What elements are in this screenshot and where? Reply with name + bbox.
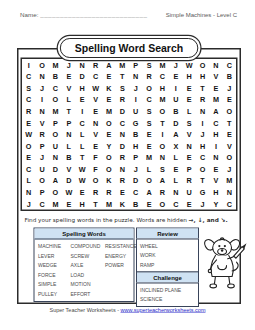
- grid-cell-r3c2[interactable]: J: [35, 82, 48, 94]
- grid-cell-r6c16[interactable]: T: [223, 117, 236, 129]
- grid-cell-r2c2[interactable]: N: [35, 71, 48, 83]
- grid-cell-r1c9[interactable]: P: [129, 59, 142, 71]
- worksheet-level-label: Simple Machines - Level C: [166, 11, 237, 18]
- name-line: Name: ___________________________: [20, 11, 148, 18]
- grid-cell-r3c16[interactable]: J: [223, 82, 236, 94]
- grid-cell-r9c12[interactable]: L: [169, 152, 182, 164]
- grid-cell-r8c10[interactable]: E: [142, 140, 155, 152]
- grid-cell-r8c1[interactable]: O: [22, 140, 35, 152]
- grid-cell-r3c12[interactable]: I: [169, 82, 182, 94]
- grid-cell-r2c6[interactable]: C: [89, 71, 102, 83]
- grid-cell-r6c7[interactable]: O: [102, 117, 115, 129]
- instruction-text: Find your spelling words in the puzzle. …: [25, 216, 240, 223]
- grid-cell-r12c11[interactable]: R: [156, 187, 169, 199]
- grid-cell-r2c9[interactable]: N: [129, 71, 142, 83]
- word-search-grid: IOMJNRAMPSMJWONCCNBEDCETNRCEHHVBSJCVHWKS…: [21, 58, 238, 212]
- grid-cell-r5c1[interactable]: R: [22, 105, 35, 117]
- grid-cell-r1c6[interactable]: R: [89, 59, 102, 71]
- grid-cell-r13c2[interactable]: C: [35, 198, 48, 210]
- grid-cell-r13c13[interactable]: E: [183, 198, 196, 210]
- grid-cell-r4c7[interactable]: E: [102, 94, 115, 106]
- grid-cell-r10c11[interactable]: S: [156, 163, 169, 175]
- grid-cell-r13c4[interactable]: E: [62, 198, 75, 210]
- dog-nose: [221, 249, 223, 251]
- grid-cell-r3c13[interactable]: E: [183, 82, 196, 94]
- grid-cell-r6c13[interactable]: S: [183, 117, 196, 129]
- word-motion: MOTION: [71, 280, 105, 290]
- grid-cell-r12c16[interactable]: N: [223, 187, 236, 199]
- grid-cell-r10c2[interactable]: U: [35, 163, 48, 175]
- grid-cell-r7c6[interactable]: V: [89, 129, 102, 141]
- grid-cell-r9c5[interactable]: T: [76, 152, 89, 164]
- grid-cell-r3c4[interactable]: V: [62, 82, 75, 94]
- word-inclined-plane: INCLINED PLANE: [140, 285, 197, 295]
- dog-right-foot: [228, 284, 235, 288]
- grid-cell-r10c6[interactable]: F: [89, 163, 102, 175]
- grid-cell-r6c2[interactable]: V: [35, 117, 48, 129]
- grid-cell-r3c7[interactable]: K: [102, 82, 115, 94]
- grid-cell-r7c12[interactable]: A: [169, 129, 182, 141]
- grid-cell-r12c9[interactable]: C: [129, 187, 142, 199]
- grid-cell-r3c11[interactable]: H: [156, 82, 169, 94]
- grid-cell-r5c11[interactable]: O: [156, 105, 169, 117]
- grid-cell-r13c3[interactable]: M: [49, 198, 62, 210]
- grid-cell-r9c2[interactable]: J: [35, 152, 48, 164]
- grid-cell-r7c3[interactable]: O: [49, 129, 62, 141]
- grid-cell-r13c8[interactable]: K: [116, 198, 129, 210]
- word-force: FORCE: [38, 270, 71, 280]
- direction-arrow-icons: →, ↓, and ↘.: [189, 216, 228, 223]
- footer-text: Super Teacher Worksheets -: [49, 307, 120, 313]
- grid-cell-r4c1[interactable]: C: [22, 94, 35, 106]
- grid-cell-r7c16[interactable]: E: [223, 129, 236, 141]
- grid-cell-r1c14[interactable]: O: [196, 59, 209, 71]
- grid-cell-r10c7[interactable]: O: [102, 163, 115, 175]
- grid-cell-r8c6[interactable]: E: [89, 140, 102, 152]
- grid-cell-r9c7[interactable]: O: [102, 152, 115, 164]
- grid-cell-r12c8[interactable]: E: [116, 187, 129, 199]
- name-blank-field[interactable]: ___________________________: [40, 11, 147, 18]
- grid-cell-r1c2[interactable]: O: [35, 59, 48, 71]
- grid-cell-r1c13[interactable]: W: [183, 59, 196, 71]
- mascot-dog-illustration: [193, 236, 250, 297]
- grid-cell-r8c12[interactable]: X: [169, 140, 182, 152]
- grid-cell-r6c9[interactable]: G: [129, 117, 142, 129]
- name-label: Name:: [20, 11, 38, 18]
- grid-cell-r5c12[interactable]: B: [169, 105, 182, 117]
- grid-cell-r9c6[interactable]: F: [89, 152, 102, 164]
- grid-cell-r2c1[interactable]: C: [22, 71, 35, 83]
- grid-cell-r7c13[interactable]: V: [183, 129, 196, 141]
- grid-cell-r2c13[interactable]: H: [183, 71, 196, 83]
- grid-cell-r2c12[interactable]: E: [169, 71, 182, 83]
- grid-cell-r8c4[interactable]: L: [62, 140, 75, 152]
- spelling-words-table: Spelling Words MACHINELEVERWEDGEFORCESIM…: [34, 228, 135, 303]
- grid-cell-r4c8[interactable]: R: [116, 94, 129, 106]
- spelling-words-header: Spelling Words: [35, 229, 134, 240]
- word-effort: EFFORT: [71, 289, 105, 299]
- grid-cell-r13c11[interactable]: O: [156, 198, 169, 210]
- worksheet-header: Name: ___________________________ Simple…: [20, 11, 237, 18]
- grid-cell-r6c11[interactable]: T: [156, 117, 169, 129]
- grid-cell-r11c4[interactable]: D: [62, 175, 75, 187]
- grid-cell-r10c10[interactable]: L: [142, 163, 155, 175]
- word-energy: ENERGY: [105, 251, 133, 261]
- grid-cell-r11c15[interactable]: V: [209, 175, 222, 187]
- grid-cell-r5c6[interactable]: E: [89, 105, 102, 117]
- grid-cell-r10c8[interactable]: N: [116, 163, 129, 175]
- footer: Super Teacher Worksheets - www.superteac…: [0, 307, 255, 313]
- grid-cell-r9c4[interactable]: B: [62, 152, 75, 164]
- grid-cell-r2c15[interactable]: V: [209, 71, 222, 83]
- grid-cell-r8c16[interactable]: V: [223, 140, 236, 152]
- grid-cell-r1c12[interactable]: J: [169, 59, 182, 71]
- grid-cell-r13c10[interactable]: E: [142, 198, 155, 210]
- grid-cell-r7c9[interactable]: B: [129, 129, 142, 141]
- grid-cell-r8c15[interactable]: I: [209, 140, 222, 152]
- grid-cell-r9c16[interactable]: O: [223, 152, 236, 164]
- grid-cell-r10c16[interactable]: J: [223, 163, 236, 175]
- grid-cell-r6c5[interactable]: C: [76, 117, 89, 129]
- word-power: POWER: [105, 261, 133, 271]
- grid-cell-r6c6[interactable]: N: [89, 117, 102, 129]
- grid-cell-r9c13[interactable]: E: [183, 152, 196, 164]
- grid-cell-r4c16[interactable]: E: [223, 94, 236, 106]
- grid-cell-r12c6[interactable]: R: [89, 187, 102, 199]
- grid-cell-r2c7[interactable]: E: [102, 71, 115, 83]
- grid-cell-r5c13[interactable]: L: [183, 105, 196, 117]
- grid-cell-r3c14[interactable]: T: [196, 82, 209, 94]
- grid-cell-r1c7[interactable]: A: [102, 59, 115, 71]
- grid-cell-r6c8[interactable]: C: [116, 117, 129, 129]
- puzzle-frame: Spelling Word Search IOMJNRAMPSMJWONCCNB…: [17, 48, 241, 304]
- page-title: Spelling Word Search: [60, 38, 198, 58]
- grid-cell-r11c6[interactable]: O: [89, 175, 102, 187]
- grid-cell-r1c10[interactable]: S: [142, 59, 155, 71]
- review-word-list: WHEELWORKRAMP: [136, 239, 199, 273]
- review-header: Review: [137, 229, 198, 239]
- grid-cell-r6c4[interactable]: P: [62, 117, 75, 129]
- grid-cell-r5c16[interactable]: O: [223, 105, 236, 117]
- grid-cell-r13c9[interactable]: B: [129, 198, 142, 210]
- grid-cell-r9c15[interactable]: N: [209, 152, 222, 164]
- grid-cell-r12c12[interactable]: N: [169, 187, 182, 199]
- grid-cell-r10c12[interactable]: E: [169, 163, 182, 175]
- grid-cell-r1c11[interactable]: M: [156, 59, 169, 71]
- grid-cell-r9c10[interactable]: M: [142, 152, 155, 164]
- grid-cell-r3c9[interactable]: J: [129, 82, 142, 94]
- grid-cell-r10c1[interactable]: C: [22, 163, 35, 175]
- grid-cell-r11c7[interactable]: K: [102, 175, 115, 187]
- word-machine: MACHINE: [38, 242, 71, 252]
- grid-cell-r10c4[interactable]: V: [62, 163, 75, 175]
- grid-cell-r7c11[interactable]: I: [156, 129, 169, 141]
- grid-cell-r8c2[interactable]: P: [35, 140, 48, 152]
- grid-cell-r9c11[interactable]: N: [156, 152, 169, 164]
- grid-cell-r3c10[interactable]: O: [142, 82, 155, 94]
- grid-cell-r6c1[interactable]: E: [22, 117, 35, 129]
- grid-cell-r2c4[interactable]: E: [62, 71, 75, 83]
- grid-cell-r4c12[interactable]: U: [169, 94, 182, 106]
- grid-cell-r4c13[interactable]: E: [183, 94, 196, 106]
- grid-cell-r3c3[interactable]: C: [49, 82, 62, 94]
- grid-cell-r11c12[interactable]: L: [169, 175, 182, 187]
- grid-cell-r12c4[interactable]: W: [62, 187, 75, 199]
- grid-cell-r1c5[interactable]: N: [76, 59, 89, 71]
- grid-cell-r2c3[interactable]: B: [49, 71, 62, 83]
- grid-cell-r7c8[interactable]: N: [116, 129, 129, 141]
- grid-cell-r11c9[interactable]: D: [129, 175, 142, 187]
- grid-cell-r8c9[interactable]: H: [129, 140, 142, 152]
- grid-cell-r4c3[interactable]: O: [49, 94, 62, 106]
- grid-cell-r5c8[interactable]: D: [116, 105, 129, 117]
- dog-legs: [214, 277, 230, 285]
- grid-cell-r11c8[interactable]: R: [116, 175, 129, 187]
- grid-cell-r12c5[interactable]: E: [76, 187, 89, 199]
- word-lever: LEVER: [38, 251, 71, 261]
- dog-left-paw: [208, 269, 211, 272]
- spelling-words-column-2: COMPOUNDSCREWAXLELOADMOTIONEFFORT: [71, 242, 105, 299]
- footer-link[interactable]: www.superteacherworksheets.com: [121, 307, 206, 313]
- grid-cell-r2c14[interactable]: H: [196, 71, 209, 83]
- grid-cell-r3c1[interactable]: S: [22, 82, 35, 94]
- challenge-word-list: INCLINED PLANESCIENCE: [136, 283, 199, 308]
- grid-cell-r7c10[interactable]: E: [142, 129, 155, 141]
- grid-cell-r4c14[interactable]: R: [196, 94, 209, 106]
- grid-cell-r4c15[interactable]: M: [209, 94, 222, 106]
- grid-cell-r1c1[interactable]: I: [22, 59, 35, 71]
- grid-cell-r5c4[interactable]: T: [62, 105, 75, 117]
- grid-cell-r10c15[interactable]: E: [209, 163, 222, 175]
- grid-cell-r7c5[interactable]: L: [76, 129, 89, 141]
- grid-cell-r2c5[interactable]: D: [76, 71, 89, 83]
- word-resistance: RESISTANCE: [105, 242, 133, 252]
- grid-cell-r12c2[interactable]: P: [35, 187, 48, 199]
- grid-cell-r4c2[interactable]: I: [35, 94, 48, 106]
- grid-cell-r1c3[interactable]: M: [49, 59, 62, 71]
- grid-cell-r12c13[interactable]: U: [183, 187, 196, 199]
- grid-cell-r9c8[interactable]: R: [116, 152, 129, 164]
- grid-cell-r2c8[interactable]: T: [116, 71, 129, 83]
- worksheet-page: Name: ___________________________ Simple…: [0, 0, 255, 330]
- grid-cell-r1c16[interactable]: C: [223, 59, 236, 71]
- word-work: WORK: [140, 251, 197, 261]
- grid-cell-r3c6[interactable]: W: [89, 82, 102, 94]
- grid-cell-r3c5[interactable]: H: [76, 82, 89, 94]
- grid-cell-r11c16[interactable]: M: [223, 175, 236, 187]
- review-challenge-table: Review WHEELWORKRAMP Challenge INCLINED …: [136, 228, 199, 308]
- grid-cell-r7c1[interactable]: W: [22, 129, 35, 141]
- grid-cell-r1c4[interactable]: J: [62, 59, 75, 71]
- grid-cell-r4c4[interactable]: L: [62, 94, 75, 106]
- grid-cell-r11c13[interactable]: R: [183, 175, 196, 187]
- word-axle: AXLE: [71, 261, 105, 271]
- grid-cell-r8c8[interactable]: D: [116, 140, 129, 152]
- grid-cell-r9c14[interactable]: C: [196, 152, 209, 164]
- dog-left-foot: [210, 284, 217, 288]
- grid-cell-r11c11[interactable]: A: [156, 175, 169, 187]
- grid-cell-r13c12[interactable]: C: [169, 198, 182, 210]
- grid-cell-r8c13[interactable]: N: [183, 140, 196, 152]
- grid-cell-r5c14[interactable]: N: [196, 105, 209, 117]
- grid-cell-r10c9[interactable]: J: [129, 163, 142, 175]
- spelling-words-column-1: MACHINELEVERWEDGEFORCESIMPLEPULLEY: [38, 242, 71, 299]
- grid-cell-r5c5[interactable]: I: [76, 105, 89, 117]
- grid-cell-r13c6[interactable]: T: [89, 198, 102, 210]
- grid-cell-r5c3[interactable]: M: [49, 105, 62, 117]
- grid-cell-r4c10[interactable]: C: [142, 94, 155, 106]
- grid-cell-r1c15[interactable]: N: [209, 59, 222, 71]
- grid-cell-r11c1[interactable]: L: [22, 175, 35, 187]
- grid-cell-r1c8[interactable]: M: [116, 59, 129, 71]
- dog-left-eye: [218, 245, 220, 247]
- grid-cell-r8c5[interactable]: L: [76, 140, 89, 152]
- grid-cell-r13c1[interactable]: J: [22, 198, 35, 210]
- grid-cell-r12c3[interactable]: O: [49, 187, 62, 199]
- grid-cell-r5c2[interactable]: N: [35, 105, 48, 117]
- grid-cell-r6c15[interactable]: C: [209, 117, 222, 129]
- grid-cell-r6c14[interactable]: I: [196, 117, 209, 129]
- grid-cell-r7c4[interactable]: N: [62, 129, 75, 141]
- grid-cell-r11c10[interactable]: O: [142, 175, 155, 187]
- grid-cell-r6c12[interactable]: D: [169, 117, 182, 129]
- grid-cell-r10c13[interactable]: P: [183, 163, 196, 175]
- grid-cell-r12c15[interactable]: H: [209, 187, 222, 199]
- grid-cell-r7c7[interactable]: E: [102, 129, 115, 141]
- word-ramp: RAMP: [140, 260, 197, 270]
- grid-cell-r7c15[interactable]: H: [209, 129, 222, 141]
- grid-cell-r11c2[interactable]: O: [35, 175, 48, 187]
- grid-cell-r6c3[interactable]: P: [49, 117, 62, 129]
- grid-cell-r13c5[interactable]: H: [76, 198, 89, 210]
- grid-cell-r2c10[interactable]: R: [142, 71, 155, 83]
- grid-cell-r8c11[interactable]: O: [156, 140, 169, 152]
- grid-cell-r8c7[interactable]: Y: [102, 140, 115, 152]
- word-wheel: WHEEL: [140, 241, 197, 251]
- grid-cell-r9c1[interactable]: E: [22, 152, 35, 164]
- grid-cell-r10c14[interactable]: O: [196, 163, 209, 175]
- grid-cell-r3c8[interactable]: S: [116, 82, 129, 94]
- grid-cell-r13c14[interactable]: J: [196, 198, 209, 210]
- grid-cell-r7c2[interactable]: R: [35, 129, 48, 141]
- grid-cell-r5c10[interactable]: S: [142, 105, 155, 117]
- grid-cell-r8c14[interactable]: H: [196, 140, 209, 152]
- grid-cell-r5c7[interactable]: M: [102, 105, 115, 117]
- grid-cell-r7c14[interactable]: J: [196, 129, 209, 141]
- grid-cell-r12c10[interactable]: A: [142, 187, 155, 199]
- grid-cell-r4c11[interactable]: M: [156, 94, 169, 106]
- grid-cell-r11c5[interactable]: W: [76, 175, 89, 187]
- grid-cell-r8c3[interactable]: U: [49, 140, 62, 152]
- grid-cell-r10c5[interactable]: W: [76, 163, 89, 175]
- grid-cell-r2c11[interactable]: C: [156, 71, 169, 83]
- word-screw: SCREW: [71, 251, 105, 261]
- grid-cell-r12c7[interactable]: R: [102, 187, 115, 199]
- grid-cell-r13c16[interactable]: C: [223, 198, 236, 210]
- word-science: SCIENCE: [140, 295, 197, 305]
- grid-cell-r3c15[interactable]: E: [209, 82, 222, 94]
- instruction-prefix: Find your spelling words in the puzzle. …: [25, 216, 189, 223]
- spelling-words-columns: MACHINELEVERWEDGEFORCESIMPLEPULLEYCOMPOU…: [35, 240, 134, 302]
- grid-cell-r11c14[interactable]: T: [196, 175, 209, 187]
- word-simple: SIMPLE: [38, 280, 71, 290]
- grid-cell-r9c9[interactable]: P: [129, 152, 142, 164]
- grid-cell-r4c6[interactable]: V: [89, 94, 102, 106]
- dog-right-eye: [224, 245, 226, 247]
- word-load: LOAD: [71, 270, 105, 280]
- word-pulley: PULLEY: [38, 289, 71, 299]
- word-compound: COMPOUND: [71, 242, 105, 252]
- challenge-header: Challenge: [137, 273, 198, 283]
- grid-cell-r9c3[interactable]: N: [49, 152, 62, 164]
- grid-cell-r12c14[interactable]: G: [196, 187, 209, 199]
- grid-cell-r10c3[interactable]: D: [49, 163, 62, 175]
- grid-cell-r13c15[interactable]: Y: [209, 198, 222, 210]
- grid-cell-r2c16[interactable]: B: [223, 71, 236, 83]
- grid-cell-r4c5[interactable]: E: [76, 94, 89, 106]
- grid-cell-r5c15[interactable]: A: [209, 105, 222, 117]
- grid-cell-r12c1[interactable]: N: [22, 187, 35, 199]
- spelling-words-column-3: RESISTANCEENERGYPOWER: [105, 242, 133, 299]
- grid-cell-r5c9[interactable]: U: [129, 105, 142, 117]
- grid-cell-r11c3[interactable]: A: [49, 175, 62, 187]
- grid-cell-r4c9[interactable]: I: [129, 94, 142, 106]
- grid-cell-r6c10[interactable]: S: [142, 117, 155, 129]
- grid-cell-r13c7[interactable]: M: [102, 198, 115, 210]
- word-wedge: WEDGE: [38, 261, 71, 271]
